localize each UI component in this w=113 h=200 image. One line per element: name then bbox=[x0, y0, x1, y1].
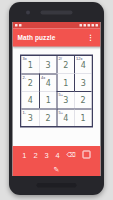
cell-r4c4[interactable]: 1 bbox=[74, 109, 92, 127]
page: Math puzzle ⋮ 3x132/212x42-24x413415+321… bbox=[0, 0, 113, 200]
cage-label: 12x bbox=[76, 57, 82, 62]
cell-value: 3 bbox=[45, 60, 50, 70]
cell-value: 2 bbox=[28, 78, 33, 88]
page-title: Math puzzle bbox=[18, 34, 56, 42]
status-left-icons bbox=[15, 24, 22, 27]
cell-value: 4 bbox=[28, 95, 33, 105]
phone-bottom-bezel bbox=[9, 176, 104, 195]
cell-r4c2[interactable]: 2 bbox=[39, 109, 57, 127]
keypad-digit-3[interactable]: 3 bbox=[44, 150, 48, 159]
cell-r2c4[interactable]: 3 bbox=[74, 74, 92, 92]
cage-label: 3x bbox=[23, 57, 27, 62]
camera-icon bbox=[26, 11, 30, 15]
keypad-row-tools: ✎ bbox=[13, 163, 101, 176]
cage-label: 2- bbox=[23, 75, 27, 80]
notes-box-icon[interactable] bbox=[83, 151, 91, 159]
notification-icon bbox=[15, 24, 18, 27]
status-right-icons bbox=[80, 24, 99, 27]
cell-value: 2 bbox=[45, 113, 50, 123]
cell-value: 2 bbox=[63, 60, 68, 70]
cell-value: 4 bbox=[81, 60, 86, 70]
cell-value: 4 bbox=[63, 113, 68, 123]
cage-label: 2/ bbox=[59, 57, 62, 62]
battery-icon bbox=[92, 24, 95, 27]
app-screen: Math puzzle ⋮ 3x132/212x42-24x413415+321… bbox=[13, 22, 101, 176]
cell-value: 1 bbox=[80, 113, 85, 123]
cell-r1c1[interactable]: 3x1 bbox=[22, 56, 40, 74]
alarm-icon bbox=[80, 24, 83, 27]
cell-r3c2[interactable]: 1 bbox=[39, 91, 57, 109]
signal-icon bbox=[84, 24, 87, 27]
keypad-digit-1[interactable]: 1 bbox=[22, 150, 26, 159]
cell-r4c1[interactable]: 1-3 bbox=[22, 109, 40, 127]
overflow-menu-icon[interactable]: ⋮ bbox=[86, 33, 96, 42]
keypad-digit-2[interactable]: 2 bbox=[33, 150, 37, 159]
bottom-speaker-icon bbox=[37, 183, 77, 188]
wifi-icon bbox=[88, 24, 91, 27]
cage-label: 4x bbox=[41, 75, 45, 80]
clock-icon bbox=[96, 24, 99, 27]
cell-r1c2[interactable]: 3 bbox=[39, 56, 57, 74]
cell-r2c1[interactable]: 2-2 bbox=[22, 74, 40, 92]
cell-value: 1 bbox=[28, 60, 33, 70]
cell-r3c1[interactable]: 4 bbox=[22, 91, 40, 109]
notification-icon bbox=[19, 24, 22, 27]
phone-frame: Math puzzle ⋮ 3x132/212x42-24x413415+321… bbox=[9, 2, 104, 195]
cell-r1c4[interactable]: 12x4 bbox=[74, 56, 92, 74]
cell-value: 2 bbox=[80, 96, 85, 106]
cage-label: 5+ bbox=[59, 110, 64, 115]
cell-r2c2[interactable]: 4x4 bbox=[39, 74, 57, 92]
cage-label: 1- bbox=[23, 110, 27, 115]
cell-r1c3[interactable]: 2/2 bbox=[57, 56, 75, 74]
cell-r3c3[interactable]: 5+3 bbox=[57, 91, 75, 109]
cell-r2c3[interactable]: 1 bbox=[57, 74, 75, 92]
cage-label: 5+ bbox=[59, 93, 64, 98]
pencil-icon[interactable]: ✎ bbox=[54, 166, 60, 174]
cell-value: 3 bbox=[63, 96, 68, 106]
cell-value: 4 bbox=[46, 78, 51, 88]
cell-r3c4[interactable]: 2 bbox=[74, 91, 92, 109]
cell-value: 3 bbox=[28, 113, 33, 123]
cell-value: 1 bbox=[63, 78, 68, 88]
cell-value: 1 bbox=[46, 95, 51, 105]
keypad: 1234⌫ ✎ bbox=[13, 146, 101, 176]
eraser-icon[interactable]: ⌫ bbox=[67, 151, 76, 158]
cell-value: 3 bbox=[81, 78, 86, 88]
keypad-digit-4[interactable]: 4 bbox=[55, 150, 59, 159]
speaker-icon bbox=[41, 11, 73, 15]
puzzle-area: 3x132/212x42-24x413415+321-325+41 bbox=[13, 47, 101, 147]
app-bar: Math puzzle ⋮ bbox=[13, 29, 101, 47]
keypad-row-digits: 1234⌫ bbox=[13, 146, 101, 163]
phone-top-bezel bbox=[9, 2, 104, 22]
kenken-grid: 3x132/212x42-24x413415+321-325+41 bbox=[20, 55, 93, 128]
cell-r4c3[interactable]: 5+4 bbox=[57, 109, 75, 127]
